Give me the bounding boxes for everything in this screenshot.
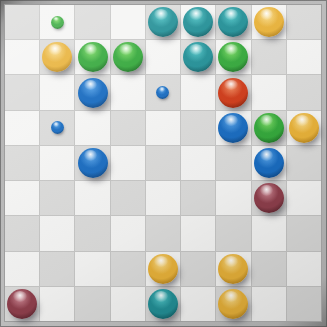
cell-r4c7[interactable]: [252, 146, 286, 180]
cell-r2c7[interactable]: [252, 75, 286, 109]
ball-maroon[interactable]: [254, 183, 284, 213]
ball-green[interactable]: [254, 113, 284, 143]
ball-yellow[interactable]: [218, 289, 248, 319]
ball-green[interactable]: [113, 42, 143, 72]
cell-r6c2[interactable]: [75, 216, 109, 250]
cell-r8c3[interactable]: [111, 287, 145, 321]
ball-yellow[interactable]: [148, 254, 178, 284]
ball-teal[interactable]: [148, 7, 178, 37]
game-board-frame: [0, 0, 327, 327]
cell-r1c2[interactable]: [75, 40, 109, 74]
cell-r5c8[interactable]: [287, 181, 321, 215]
cell-r4c0[interactable]: [5, 146, 39, 180]
cell-r7c1[interactable]: [40, 252, 74, 286]
cell-r2c0[interactable]: [5, 75, 39, 109]
cell-r5c0[interactable]: [5, 181, 39, 215]
ball-maroon[interactable]: [7, 289, 37, 319]
cell-r3c7[interactable]: [252, 111, 286, 145]
cell-r6c6[interactable]: [216, 216, 250, 250]
cell-r7c6[interactable]: [216, 252, 250, 286]
ball-teal[interactable]: [148, 289, 178, 319]
cell-r3c8[interactable]: [287, 111, 321, 145]
cell-r0c7[interactable]: [252, 5, 286, 39]
cell-r8c8[interactable]: [287, 287, 321, 321]
cell-r6c1[interactable]: [40, 216, 74, 250]
cell-r5c2[interactable]: [75, 181, 109, 215]
cell-r2c4[interactable]: [146, 75, 180, 109]
cell-r3c5[interactable]: [181, 111, 215, 145]
ball-yellow[interactable]: [218, 254, 248, 284]
cell-r1c6[interactable]: [216, 40, 250, 74]
cell-r3c2[interactable]: [75, 111, 109, 145]
ball-red[interactable]: [218, 78, 248, 108]
cell-r7c8[interactable]: [287, 252, 321, 286]
cell-r4c3[interactable]: [111, 146, 145, 180]
cell-r3c3[interactable]: [111, 111, 145, 145]
cell-r2c3[interactable]: [111, 75, 145, 109]
cell-r7c7[interactable]: [252, 252, 286, 286]
ball-green-preview[interactable]: [51, 16, 64, 29]
ball-yellow[interactable]: [254, 7, 284, 37]
cell-r3c6[interactable]: [216, 111, 250, 145]
cell-r2c1[interactable]: [40, 75, 74, 109]
cell-r1c1[interactable]: [40, 40, 74, 74]
cell-r4c2[interactable]: [75, 146, 109, 180]
cell-r0c3[interactable]: [111, 5, 145, 39]
cell-r4c4[interactable]: [146, 146, 180, 180]
cell-r8c0[interactable]: [5, 287, 39, 321]
ball-yellow[interactable]: [42, 42, 72, 72]
cell-r6c0[interactable]: [5, 216, 39, 250]
cell-r1c3[interactable]: [111, 40, 145, 74]
cell-r7c0[interactable]: [5, 252, 39, 286]
cell-r1c7[interactable]: [252, 40, 286, 74]
ball-yellow[interactable]: [289, 113, 319, 143]
cell-r2c6[interactable]: [216, 75, 250, 109]
cell-r4c8[interactable]: [287, 146, 321, 180]
ball-teal[interactable]: [183, 7, 213, 37]
cell-r3c0[interactable]: [5, 111, 39, 145]
cell-r7c4[interactable]: [146, 252, 180, 286]
cell-r6c8[interactable]: [287, 216, 321, 250]
cell-r0c4[interactable]: [146, 5, 180, 39]
cell-r2c8[interactable]: [287, 75, 321, 109]
cell-r0c0[interactable]: [5, 5, 39, 39]
cell-r6c5[interactable]: [181, 216, 215, 250]
cell-r0c5[interactable]: [181, 5, 215, 39]
cell-r0c8[interactable]: [287, 5, 321, 39]
cell-r4c1[interactable]: [40, 146, 74, 180]
cell-r6c3[interactable]: [111, 216, 145, 250]
cell-r5c7[interactable]: [252, 181, 286, 215]
ball-blue-preview[interactable]: [156, 86, 169, 99]
cell-r2c5[interactable]: [181, 75, 215, 109]
cell-r8c5[interactable]: [181, 287, 215, 321]
cell-r7c5[interactable]: [181, 252, 215, 286]
cell-r8c6[interactable]: [216, 287, 250, 321]
cell-r7c2[interactable]: [75, 252, 109, 286]
cell-r5c4[interactable]: [146, 181, 180, 215]
cell-r5c1[interactable]: [40, 181, 74, 215]
cell-r4c6[interactable]: [216, 146, 250, 180]
cell-r1c4[interactable]: [146, 40, 180, 74]
cell-r1c5[interactable]: [181, 40, 215, 74]
cell-r3c1[interactable]: [40, 111, 74, 145]
cell-r8c1[interactable]: [40, 287, 74, 321]
cell-r2c2[interactable]: [75, 75, 109, 109]
game-board: [5, 5, 321, 321]
cell-r8c2[interactable]: [75, 287, 109, 321]
cell-r8c7[interactable]: [252, 287, 286, 321]
cell-r5c6[interactable]: [216, 181, 250, 215]
cell-r7c3[interactable]: [111, 252, 145, 286]
ball-blue[interactable]: [254, 148, 284, 178]
ball-green[interactable]: [78, 42, 108, 72]
cell-r1c0[interactable]: [5, 40, 39, 74]
ball-teal[interactable]: [183, 42, 213, 72]
cell-r1c8[interactable]: [287, 40, 321, 74]
ball-teal[interactable]: [218, 7, 248, 37]
cell-r5c3[interactable]: [111, 181, 145, 215]
cell-r4c5[interactable]: [181, 146, 215, 180]
ball-blue[interactable]: [78, 78, 108, 108]
cell-r0c1[interactable]: [40, 5, 74, 39]
cell-r6c7[interactable]: [252, 216, 286, 250]
ball-green[interactable]: [218, 42, 248, 72]
cell-r6c4[interactable]: [146, 216, 180, 250]
cell-r0c6[interactable]: [216, 5, 250, 39]
ball-blue-preview[interactable]: [51, 121, 64, 134]
cell-r5c5[interactable]: [181, 181, 215, 215]
ball-blue[interactable]: [218, 113, 248, 143]
cell-r8c4[interactable]: [146, 287, 180, 321]
cell-r3c4[interactable]: [146, 111, 180, 145]
ball-blue[interactable]: [78, 148, 108, 178]
cell-r0c2[interactable]: [75, 5, 109, 39]
